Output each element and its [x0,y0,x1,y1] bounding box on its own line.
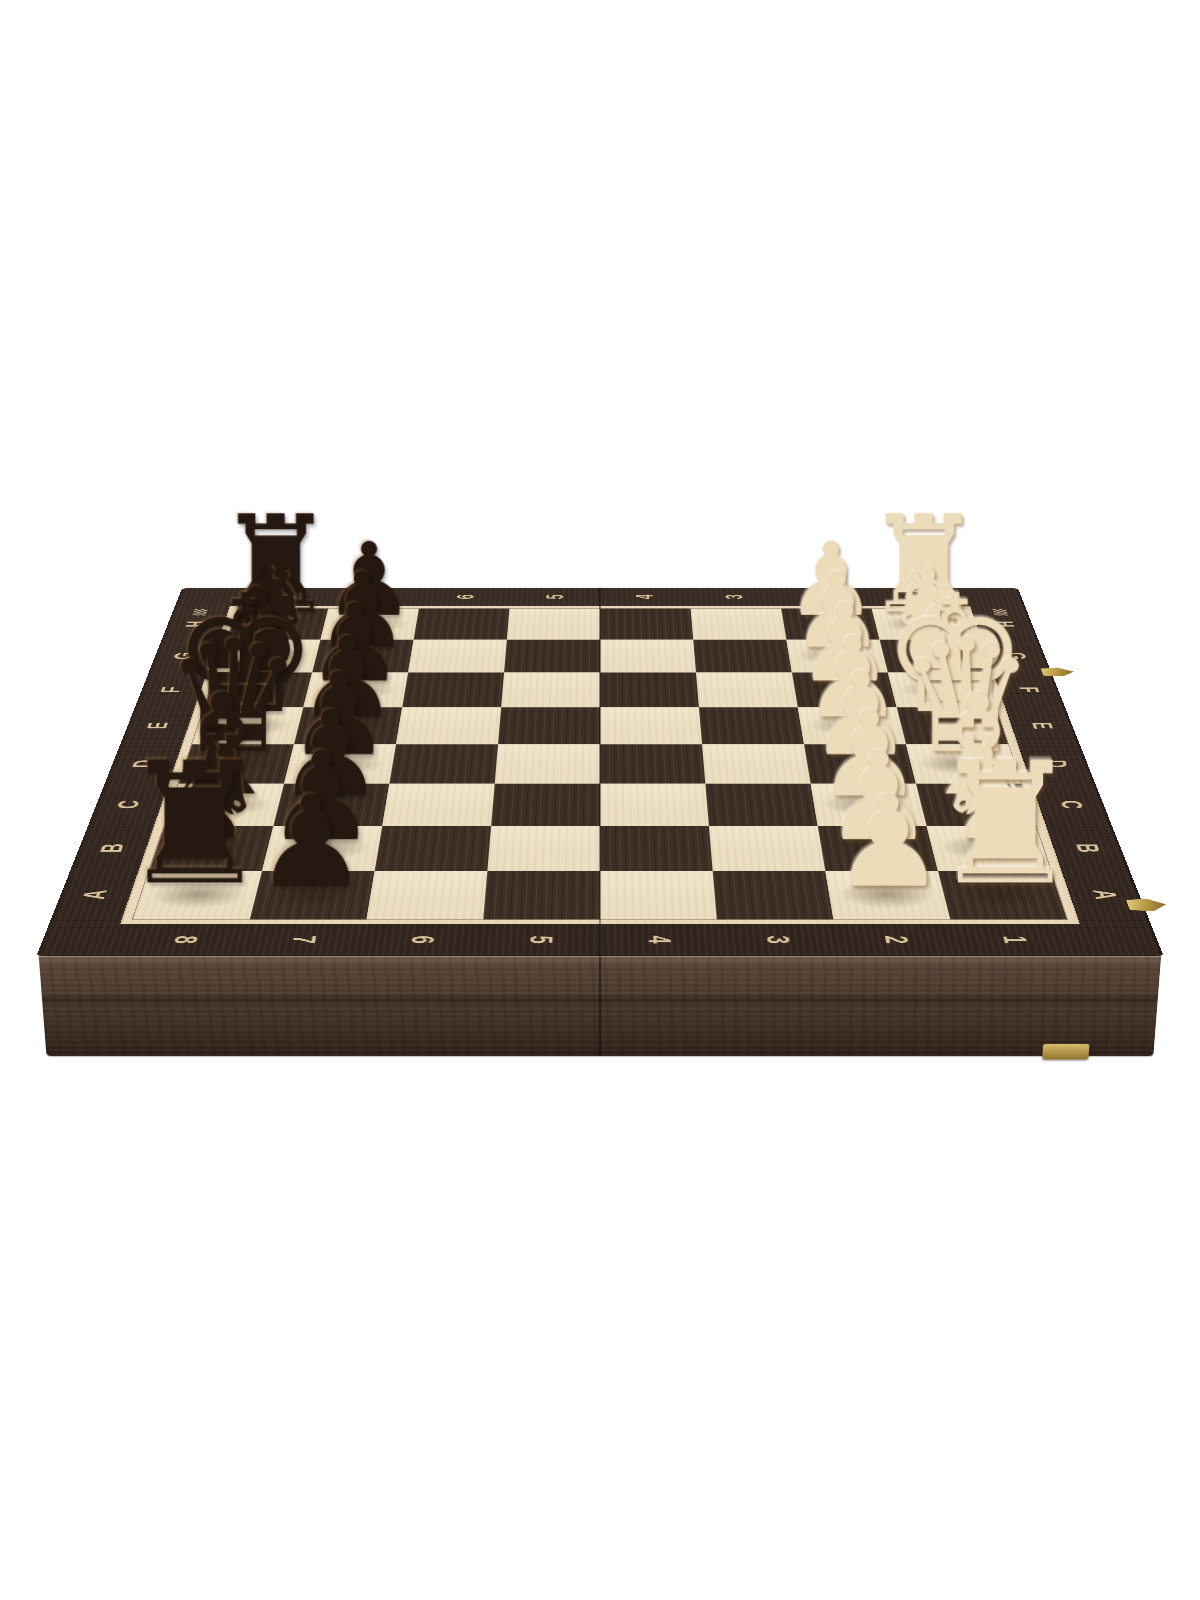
perspective-scene: ♜♟♟♜♞♟♟♞♝♟♟♝♚♟♟♚♛♟♟♛♝♟♟♝♞♟♟♞♜♟♟♜ AABBCCD… [0,0,1200,1600]
piece-white-rook-a1: ♜ [877,740,1134,908]
square-a1: ♜ [938,871,1067,919]
rank-label-4-far: 4 [631,595,659,599]
side-fold-seam [599,956,601,1056]
rank-label-7-near: 7 [284,936,323,944]
board-side-face [39,956,1162,1056]
square-d4 [600,744,705,783]
square-g5 [504,640,600,673]
rank-label-5-far: 5 [541,595,569,599]
square-a4 [600,871,717,919]
rank-label-1-near: 1 [995,936,1034,944]
rank-label-3-near: 3 [759,936,797,944]
square-f4 [600,672,699,707]
brass-hinge-icon [1042,1044,1089,1059]
square-h4 [600,609,693,640]
square-c4 [600,784,709,826]
chess-board: ♜♟♟♜♞♟♟♞♝♟♟♝♚♟♟♚♛♟♟♛♝♟♟♝♞♟♟♞♜♟♟♜ AABBCCD… [36,588,1163,956]
rank-label-2-near: 2 [877,936,916,944]
square-a8: ♜ [133,871,262,919]
square-a5 [483,871,600,919]
rank-label-5-near: 5 [522,936,559,944]
square-b5 [487,826,600,871]
square-b4 [600,826,713,871]
square-f5 [501,672,600,707]
product-photo: ♜♟♟♜♞♟♟♞♝♟♟♝♚♟♟♚♛♟♟♛♝♟♟♝♞♟♟♞♜♟♟♜ AABBCCD… [0,0,1200,1600]
square-c5 [491,784,600,826]
rank-label-8-near: 8 [166,936,205,944]
square-d5 [495,744,600,783]
square-e5 [498,707,600,744]
square-g4 [600,640,696,673]
square-e4 [600,707,702,744]
piece-black-rook-a8: ♜ [66,740,323,908]
rank-label-6-near: 6 [403,936,441,944]
rank-label-4-near: 4 [641,936,678,944]
square-h5 [507,609,600,640]
